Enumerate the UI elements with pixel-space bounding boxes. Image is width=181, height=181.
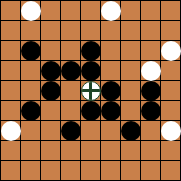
board-cell[interactable] bbox=[121, 81, 140, 100]
board-cell[interactable] bbox=[101, 121, 120, 140]
board-cell[interactable] bbox=[1, 61, 20, 80]
board-cell[interactable] bbox=[41, 141, 60, 160]
board-cell[interactable] bbox=[141, 61, 160, 80]
board-cell[interactable] bbox=[121, 101, 140, 120]
board-cell[interactable] bbox=[161, 141, 180, 160]
black-stone[interactable] bbox=[21, 41, 41, 61]
white-stone[interactable] bbox=[21, 1, 41, 21]
black-stone[interactable] bbox=[61, 61, 81, 81]
board-cell[interactable] bbox=[101, 1, 120, 20]
board-cell[interactable] bbox=[161, 1, 180, 20]
white-stone[interactable] bbox=[141, 61, 161, 81]
board-cell[interactable] bbox=[81, 1, 100, 20]
board-cell[interactable] bbox=[1, 1, 20, 20]
black-stone[interactable] bbox=[101, 81, 121, 101]
board-cell[interactable] bbox=[121, 21, 140, 40]
board-cell[interactable] bbox=[41, 81, 60, 100]
board-cell[interactable] bbox=[61, 121, 80, 140]
board-cell[interactable] bbox=[141, 161, 160, 180]
board-cell[interactable] bbox=[1, 21, 20, 40]
board-cell[interactable] bbox=[81, 41, 100, 60]
board-cell[interactable] bbox=[21, 21, 40, 40]
board-cell[interactable] bbox=[21, 101, 40, 120]
black-stone[interactable] bbox=[61, 121, 81, 141]
board-cell[interactable] bbox=[121, 121, 140, 140]
board-cell[interactable] bbox=[121, 61, 140, 80]
board-cell[interactable] bbox=[141, 141, 160, 160]
board-cell[interactable] bbox=[141, 101, 160, 120]
board-cell[interactable] bbox=[141, 1, 160, 20]
board-cell[interactable] bbox=[121, 141, 140, 160]
white-stone[interactable] bbox=[161, 121, 181, 141]
board-cell[interactable] bbox=[41, 61, 60, 80]
board-cell[interactable] bbox=[81, 21, 100, 40]
board-cell[interactable] bbox=[81, 161, 100, 180]
board-cell[interactable] bbox=[141, 81, 160, 100]
board-cell[interactable] bbox=[21, 41, 40, 60]
board-cell[interactable] bbox=[1, 41, 20, 60]
board-cell[interactable] bbox=[61, 41, 80, 60]
board-cell[interactable] bbox=[121, 1, 140, 20]
board-cell[interactable] bbox=[41, 21, 60, 40]
board-cell[interactable] bbox=[61, 81, 80, 100]
board-cell[interactable] bbox=[141, 121, 160, 140]
black-stone[interactable] bbox=[41, 61, 61, 81]
black-stone[interactable] bbox=[81, 61, 101, 81]
black-stone[interactable] bbox=[121, 121, 141, 141]
board-cell[interactable] bbox=[61, 161, 80, 180]
board-cell[interactable] bbox=[61, 141, 80, 160]
board-cell[interactable] bbox=[101, 81, 120, 100]
board-cell[interactable] bbox=[21, 81, 40, 100]
black-stone[interactable] bbox=[21, 101, 41, 121]
board-cell[interactable] bbox=[1, 161, 20, 180]
board-cell[interactable] bbox=[121, 161, 140, 180]
board-cell[interactable] bbox=[41, 121, 60, 140]
board-cell[interactable] bbox=[161, 21, 180, 40]
board-cell[interactable] bbox=[101, 141, 120, 160]
board-cell[interactable] bbox=[161, 41, 180, 60]
board-cell[interactable] bbox=[81, 81, 100, 100]
board-cell[interactable] bbox=[1, 121, 20, 140]
white-stone[interactable] bbox=[161, 41, 181, 61]
white-stone[interactable] bbox=[1, 121, 21, 141]
board-cell[interactable] bbox=[161, 61, 180, 80]
board-cell[interactable] bbox=[121, 41, 140, 60]
board-cell[interactable] bbox=[81, 61, 100, 80]
board-cell[interactable] bbox=[21, 141, 40, 160]
board-cell[interactable] bbox=[21, 161, 40, 180]
board-cell[interactable] bbox=[101, 161, 120, 180]
board-cell[interactable] bbox=[141, 21, 160, 40]
board-cell[interactable] bbox=[101, 101, 120, 120]
board-cell[interactable] bbox=[41, 161, 60, 180]
board-cell[interactable] bbox=[101, 61, 120, 80]
board-cell[interactable] bbox=[81, 121, 100, 140]
board-cell[interactable] bbox=[21, 61, 40, 80]
black-stone[interactable] bbox=[81, 41, 101, 61]
board-cell[interactable] bbox=[161, 161, 180, 180]
board-cell[interactable] bbox=[81, 101, 100, 120]
black-stone[interactable] bbox=[81, 101, 101, 121]
board-cell[interactable] bbox=[61, 61, 80, 80]
board-cell[interactable] bbox=[81, 141, 100, 160]
board-cell[interactable] bbox=[101, 41, 120, 60]
white-stone[interactable] bbox=[101, 1, 121, 21]
king-piece[interactable] bbox=[81, 81, 101, 101]
board-cell[interactable] bbox=[61, 1, 80, 20]
black-stone[interactable] bbox=[141, 81, 161, 101]
black-stone[interactable] bbox=[101, 101, 121, 121]
board-cell[interactable] bbox=[21, 121, 40, 140]
board-cell[interactable] bbox=[1, 101, 20, 120]
board-cell[interactable] bbox=[161, 121, 180, 140]
tablut-board bbox=[0, 0, 181, 181]
board-cell[interactable] bbox=[21, 1, 40, 20]
board-cell[interactable] bbox=[41, 101, 60, 120]
board-cell[interactable] bbox=[101, 21, 120, 40]
board-cell[interactable] bbox=[161, 101, 180, 120]
board-cell[interactable] bbox=[61, 101, 80, 120]
board-cell[interactable] bbox=[61, 21, 80, 40]
black-stone[interactable] bbox=[41, 81, 61, 101]
board-cell[interactable] bbox=[1, 141, 20, 160]
black-stone[interactable] bbox=[141, 101, 161, 121]
board-cell[interactable] bbox=[41, 41, 60, 60]
board-cell[interactable] bbox=[141, 41, 160, 60]
board-cell[interactable] bbox=[161, 81, 180, 100]
board-cell[interactable] bbox=[41, 1, 60, 20]
board-cell[interactable] bbox=[1, 81, 20, 100]
